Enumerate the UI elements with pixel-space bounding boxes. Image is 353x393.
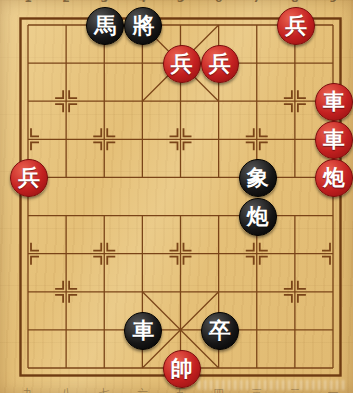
piece-red-chariot-1[interactable]: 車 bbox=[315, 83, 353, 121]
file-label-top-6: 6 bbox=[215, 0, 223, 5]
file-label-bottom-4: 六 bbox=[137, 386, 148, 393]
piece-glyph-red-general: 帥 bbox=[171, 351, 193, 387]
file-label-top-1: 1 bbox=[24, 0, 32, 5]
file-label-bottom-2: 八 bbox=[61, 386, 72, 393]
piece-glyph-black-elephant: 象 bbox=[247, 160, 269, 196]
piece-black-chariot[interactable]: 車 bbox=[124, 312, 162, 350]
piece-glyph-black-soldier: 卒 bbox=[209, 313, 231, 349]
file-label-top-8: 8 bbox=[291, 0, 299, 5]
piece-red-soldier-1[interactable]: 兵 bbox=[277, 7, 315, 45]
piece-black-horse[interactable]: 馬 bbox=[86, 7, 124, 45]
piece-glyph-red-chariot-1: 車 bbox=[323, 84, 345, 120]
watermark bbox=[198, 380, 346, 390]
file-label-bottom-1: 九 bbox=[23, 386, 34, 393]
piece-glyph-black-cannon: 炮 bbox=[247, 199, 269, 235]
piece-red-soldier-2[interactable]: 兵 bbox=[163, 45, 201, 83]
file-label-top-3: 3 bbox=[100, 0, 108, 5]
file-label-top-4: 4 bbox=[139, 0, 147, 5]
piece-red-general[interactable]: 帥 bbox=[163, 350, 201, 388]
piece-glyph-red-soldier-4: 兵 bbox=[18, 160, 40, 196]
file-label-top-5: 5 bbox=[177, 0, 185, 5]
piece-glyph-black-horse: 馬 bbox=[94, 8, 116, 44]
file-label-top-2: 2 bbox=[62, 0, 70, 5]
piece-glyph-red-cannon: 炮 bbox=[323, 160, 345, 196]
piece-glyph-red-soldier-3: 兵 bbox=[209, 46, 231, 82]
xiangqi-board: 123456789 九八七六五四三二一 馬將兵兵兵車車兵象炮炮車卒帥 bbox=[0, 0, 353, 393]
piece-black-cannon[interactable]: 炮 bbox=[239, 198, 277, 236]
piece-red-soldier-3[interactable]: 兵 bbox=[201, 45, 239, 83]
piece-black-elephant[interactable]: 象 bbox=[239, 159, 277, 197]
piece-glyph-red-soldier-2: 兵 bbox=[171, 46, 193, 82]
piece-glyph-black-chariot: 車 bbox=[132, 313, 154, 349]
piece-glyph-red-soldier-1: 兵 bbox=[285, 8, 307, 44]
piece-black-soldier[interactable]: 卒 bbox=[201, 312, 239, 350]
piece-glyph-black-general: 將 bbox=[132, 8, 154, 44]
piece-glyph-red-chariot-2: 車 bbox=[323, 122, 345, 158]
file-label-bottom-3: 七 bbox=[99, 386, 110, 393]
file-label-top-7: 7 bbox=[253, 0, 261, 5]
file-label-top-9: 9 bbox=[329, 0, 337, 5]
